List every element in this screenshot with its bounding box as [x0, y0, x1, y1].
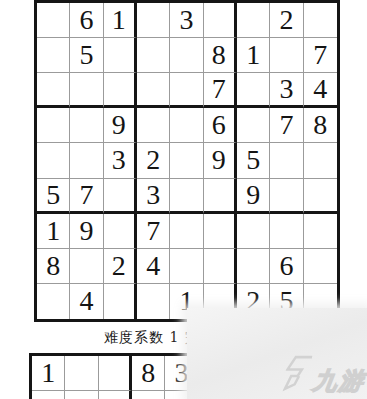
sudoku-cell	[99, 356, 132, 391]
sudoku-cell	[104, 284, 137, 319]
sudoku-cell: 8	[304, 108, 337, 143]
sudoku-cell	[170, 108, 203, 143]
sudoku-cell	[137, 284, 170, 319]
watermark-overlay: 九游	[187, 308, 367, 399]
sudoku-cell	[204, 214, 237, 249]
nine-game-watermark: 九游	[282, 355, 367, 393]
sudoku-cell	[270, 179, 303, 214]
sudoku-cell: 7	[270, 108, 303, 143]
sudoku-cell: 7	[70, 179, 103, 214]
sudoku-cell	[104, 38, 137, 73]
sudoku-cell	[104, 214, 137, 249]
sudoku-cell	[137, 108, 170, 143]
sudoku-cell	[237, 249, 270, 284]
sudoku-cell	[132, 391, 165, 399]
sudoku-cell	[170, 214, 203, 249]
sudoku-grid: 6132581773496783295573919782464125	[34, 0, 340, 322]
sudoku-cell: 8	[37, 249, 70, 284]
sudoku-cell: 3	[270, 73, 303, 108]
sudoku-cell: 1	[32, 356, 65, 391]
sudoku-cell	[170, 38, 203, 73]
nine-game-g-icon	[282, 355, 313, 393]
sudoku-cell	[170, 73, 203, 108]
sudoku-cell: 3	[170, 3, 203, 38]
sudoku-cell: 6	[70, 3, 103, 38]
sudoku-cell	[70, 143, 103, 178]
sudoku-cell	[237, 108, 270, 143]
sudoku-cell	[270, 214, 303, 249]
sudoku-cell: 2	[104, 249, 137, 284]
sudoku-cell	[37, 143, 70, 178]
sudoku-cell: 3	[104, 143, 137, 178]
sudoku-cell	[170, 179, 203, 214]
sudoku-cell	[70, 108, 103, 143]
sudoku-cell	[104, 179, 137, 214]
sudoku-cell: 8	[132, 356, 165, 391]
sudoku-cell	[37, 284, 70, 319]
sudoku-cell: 7	[65, 391, 98, 399]
sudoku-cell	[237, 3, 270, 38]
sudoku-cell	[270, 143, 303, 178]
sudoku-cell: 4	[70, 284, 103, 319]
sudoku-cell	[204, 249, 237, 284]
sudoku-cell	[170, 143, 203, 178]
sudoku-cell	[270, 38, 303, 73]
sudoku-cell: 4	[137, 249, 170, 284]
sudoku-cell: 6	[204, 108, 237, 143]
sudoku-cell	[304, 143, 337, 178]
watermark-text: 九游	[311, 369, 366, 393]
sudoku-cell	[304, 3, 337, 38]
sudoku-cell: 8	[204, 38, 237, 73]
sudoku-cell: 7	[304, 38, 337, 73]
sudoku-cell	[37, 73, 70, 108]
sudoku-cell	[137, 38, 170, 73]
sudoku-cell	[304, 214, 337, 249]
sudoku-cell: 1	[37, 214, 70, 249]
sudoku-cell	[304, 249, 337, 284]
sudoku-cell: 3	[137, 179, 170, 214]
sudoku-cell: 4	[304, 73, 337, 108]
sudoku-cell: 7	[204, 73, 237, 108]
sudoku-cell: 9	[104, 108, 137, 143]
sudoku-cell	[37, 3, 70, 38]
sudoku-cell	[99, 391, 132, 399]
sudoku-cell: 1	[104, 3, 137, 38]
sudoku-cell	[104, 73, 137, 108]
sudoku-cell: 1	[237, 38, 270, 73]
sudoku-cell: 9	[237, 179, 270, 214]
sudoku-cell: 9	[204, 143, 237, 178]
sudoku-cell	[70, 249, 103, 284]
sudoku-cell: 7	[137, 214, 170, 249]
sudoku-cell	[170, 249, 203, 284]
sudoku-cell	[137, 73, 170, 108]
sudoku-cell	[204, 179, 237, 214]
sudoku-cell	[304, 179, 337, 214]
sudoku-cell	[237, 73, 270, 108]
sudoku-cell	[137, 3, 170, 38]
sudoku-cell	[70, 73, 103, 108]
sudoku-cell	[65, 356, 98, 391]
sudoku-cell	[204, 3, 237, 38]
sudoku-cell: 2	[137, 143, 170, 178]
sudoku-cell	[237, 214, 270, 249]
sudoku-cell: 9	[70, 214, 103, 249]
sudoku-cell: 2	[270, 3, 303, 38]
sudoku-cell	[37, 108, 70, 143]
sudoku-cell	[37, 38, 70, 73]
sudoku-cell: 5	[70, 38, 103, 73]
sudoku-cell: 5	[37, 179, 70, 214]
sudoku-cell: 6	[270, 249, 303, 284]
sudoku-cell: 1	[32, 391, 65, 399]
sudoku-cell: 5	[237, 143, 270, 178]
